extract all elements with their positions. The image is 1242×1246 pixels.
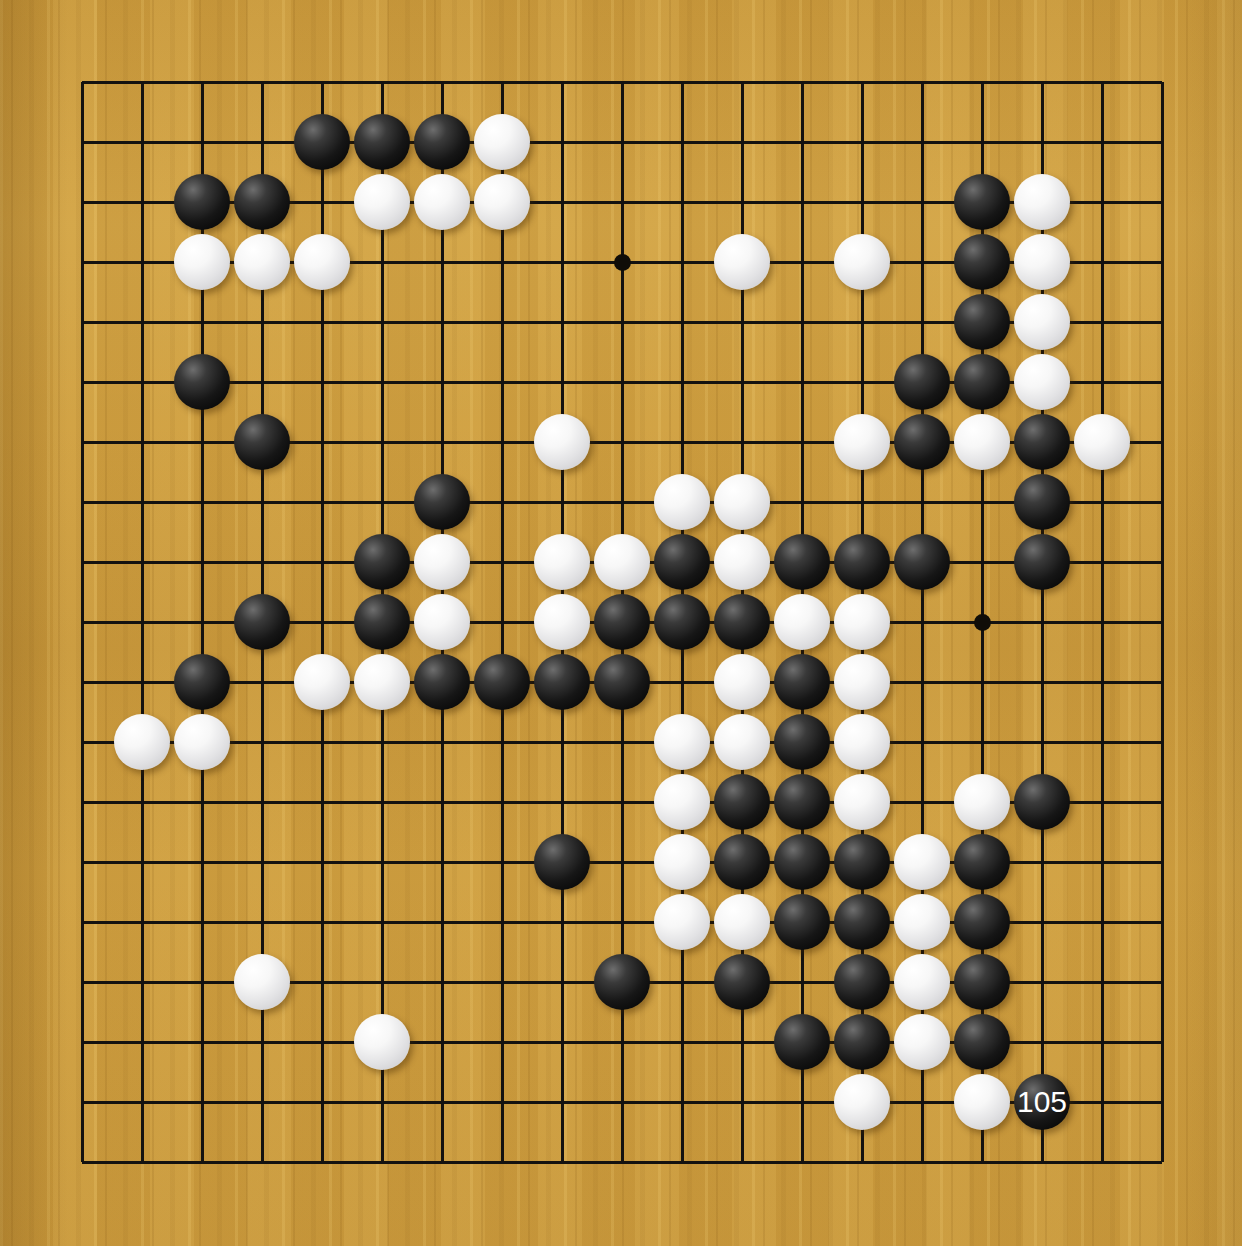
intersection[interactable] bbox=[472, 352, 532, 412]
intersection[interactable] bbox=[52, 472, 112, 532]
intersection[interactable] bbox=[952, 712, 1012, 772]
intersection[interactable] bbox=[292, 892, 352, 952]
intersection[interactable] bbox=[52, 292, 112, 352]
intersection[interactable] bbox=[1132, 232, 1192, 292]
intersection[interactable] bbox=[952, 292, 1012, 352]
intersection[interactable] bbox=[772, 292, 832, 352]
intersection[interactable] bbox=[592, 592, 652, 652]
intersection[interactable] bbox=[112, 952, 172, 1012]
intersection[interactable] bbox=[292, 1012, 352, 1072]
intersection[interactable] bbox=[232, 52, 292, 112]
intersection[interactable] bbox=[832, 412, 892, 472]
intersection[interactable] bbox=[412, 1132, 472, 1192]
intersection[interactable] bbox=[532, 52, 592, 112]
intersection[interactable] bbox=[172, 112, 232, 172]
intersection[interactable] bbox=[592, 952, 652, 1012]
intersection[interactable] bbox=[952, 532, 1012, 592]
intersection[interactable] bbox=[472, 1072, 532, 1132]
intersection[interactable] bbox=[1132, 772, 1192, 832]
intersection[interactable] bbox=[112, 1072, 172, 1132]
intersection[interactable] bbox=[1132, 412, 1192, 472]
intersection[interactable] bbox=[652, 472, 712, 532]
intersection[interactable] bbox=[832, 892, 892, 952]
intersection[interactable] bbox=[892, 712, 952, 772]
intersection[interactable] bbox=[1072, 712, 1132, 772]
intersection[interactable] bbox=[892, 1072, 952, 1132]
intersection[interactable] bbox=[352, 832, 412, 892]
intersection[interactable] bbox=[652, 832, 712, 892]
intersection[interactable] bbox=[472, 952, 532, 1012]
intersection[interactable] bbox=[892, 592, 952, 652]
intersection[interactable] bbox=[832, 112, 892, 172]
intersection[interactable] bbox=[532, 1132, 592, 1192]
intersection[interactable] bbox=[232, 172, 292, 232]
intersection[interactable] bbox=[832, 1012, 892, 1072]
intersection[interactable] bbox=[352, 172, 412, 232]
intersection[interactable] bbox=[1012, 472, 1072, 532]
intersection[interactable] bbox=[772, 1132, 832, 1192]
intersection[interactable] bbox=[832, 292, 892, 352]
intersection[interactable] bbox=[892, 1012, 952, 1072]
intersection[interactable] bbox=[532, 232, 592, 292]
intersection[interactable] bbox=[232, 592, 292, 652]
intersection[interactable] bbox=[652, 412, 712, 472]
intersection[interactable] bbox=[832, 232, 892, 292]
intersection[interactable] bbox=[1012, 292, 1072, 352]
intersection[interactable] bbox=[472, 412, 532, 472]
intersection[interactable] bbox=[172, 52, 232, 112]
intersection[interactable] bbox=[412, 292, 472, 352]
intersection[interactable] bbox=[892, 112, 952, 172]
intersection[interactable] bbox=[652, 172, 712, 232]
intersection[interactable] bbox=[52, 772, 112, 832]
intersection[interactable] bbox=[1012, 1012, 1072, 1072]
intersection[interactable] bbox=[172, 232, 232, 292]
intersection[interactable] bbox=[772, 112, 832, 172]
intersection[interactable] bbox=[292, 112, 352, 172]
intersection[interactable] bbox=[232, 1012, 292, 1072]
intersection[interactable] bbox=[172, 1072, 232, 1132]
intersection[interactable] bbox=[172, 892, 232, 952]
intersection[interactable] bbox=[412, 352, 472, 412]
intersection[interactable] bbox=[232, 772, 292, 832]
intersection[interactable] bbox=[232, 832, 292, 892]
intersection[interactable] bbox=[172, 1012, 232, 1072]
intersection[interactable] bbox=[1012, 532, 1072, 592]
intersection[interactable] bbox=[352, 952, 412, 1012]
intersection[interactable] bbox=[772, 1072, 832, 1132]
intersection[interactable] bbox=[352, 472, 412, 532]
intersection[interactable] bbox=[352, 532, 412, 592]
intersection[interactable] bbox=[292, 952, 352, 1012]
intersection[interactable] bbox=[112, 1012, 172, 1072]
intersection[interactable] bbox=[1072, 472, 1132, 532]
intersection[interactable] bbox=[832, 172, 892, 232]
intersection[interactable] bbox=[652, 292, 712, 352]
intersection[interactable] bbox=[232, 1072, 292, 1132]
intersection[interactable] bbox=[592, 1012, 652, 1072]
intersection[interactable] bbox=[952, 1132, 1012, 1192]
intersection[interactable] bbox=[592, 532, 652, 592]
intersection[interactable] bbox=[112, 52, 172, 112]
intersection[interactable] bbox=[1132, 652, 1192, 712]
intersection[interactable] bbox=[532, 592, 592, 652]
intersection[interactable] bbox=[592, 1072, 652, 1132]
intersection[interactable] bbox=[532, 712, 592, 772]
intersection[interactable] bbox=[712, 652, 772, 712]
intersection[interactable] bbox=[712, 532, 772, 592]
intersection[interactable] bbox=[352, 52, 412, 112]
intersection[interactable] bbox=[352, 112, 412, 172]
intersection[interactable] bbox=[292, 352, 352, 412]
intersection[interactable] bbox=[112, 592, 172, 652]
intersection[interactable] bbox=[52, 412, 112, 472]
intersection[interactable] bbox=[472, 652, 532, 712]
intersection[interactable] bbox=[292, 292, 352, 352]
intersection[interactable] bbox=[1072, 652, 1132, 712]
intersection[interactable] bbox=[832, 952, 892, 1012]
intersection[interactable] bbox=[232, 112, 292, 172]
intersection[interactable] bbox=[652, 592, 712, 652]
intersection[interactable] bbox=[472, 592, 532, 652]
intersection[interactable] bbox=[592, 172, 652, 232]
intersection[interactable] bbox=[892, 352, 952, 412]
intersection[interactable] bbox=[952, 412, 1012, 472]
intersection[interactable] bbox=[832, 472, 892, 532]
intersection[interactable] bbox=[172, 292, 232, 352]
intersection[interactable] bbox=[592, 832, 652, 892]
intersection[interactable] bbox=[52, 652, 112, 712]
intersection[interactable] bbox=[712, 1012, 772, 1072]
intersection[interactable] bbox=[1012, 172, 1072, 232]
intersection[interactable] bbox=[832, 532, 892, 592]
intersection[interactable] bbox=[412, 892, 472, 952]
intersection[interactable] bbox=[1012, 592, 1072, 652]
intersection[interactable] bbox=[712, 1072, 772, 1132]
intersection[interactable] bbox=[1132, 112, 1192, 172]
intersection[interactable] bbox=[292, 592, 352, 652]
intersection[interactable] bbox=[772, 892, 832, 952]
intersection[interactable] bbox=[832, 652, 892, 712]
intersection[interactable] bbox=[172, 952, 232, 1012]
intersection[interactable] bbox=[352, 592, 412, 652]
intersection[interactable] bbox=[532, 352, 592, 412]
intersection[interactable] bbox=[292, 232, 352, 292]
intersection[interactable] bbox=[712, 832, 772, 892]
intersection[interactable] bbox=[532, 172, 592, 232]
intersection[interactable] bbox=[592, 112, 652, 172]
intersection[interactable] bbox=[472, 712, 532, 772]
intersection[interactable] bbox=[412, 112, 472, 172]
intersection[interactable] bbox=[592, 1132, 652, 1192]
intersection[interactable] bbox=[1132, 592, 1192, 652]
intersection[interactable] bbox=[652, 652, 712, 712]
intersection[interactable] bbox=[412, 232, 472, 292]
intersection[interactable] bbox=[592, 892, 652, 952]
intersection[interactable] bbox=[952, 472, 1012, 532]
intersection[interactable] bbox=[112, 772, 172, 832]
intersection[interactable] bbox=[1132, 892, 1192, 952]
intersection[interactable] bbox=[232, 352, 292, 412]
intersection[interactable] bbox=[592, 292, 652, 352]
intersection[interactable] bbox=[472, 112, 532, 172]
intersection[interactable] bbox=[1012, 412, 1072, 472]
intersection[interactable] bbox=[172, 412, 232, 472]
intersection[interactable] bbox=[292, 1132, 352, 1192]
intersection[interactable] bbox=[472, 832, 532, 892]
intersection[interactable] bbox=[892, 232, 952, 292]
intersection[interactable] bbox=[652, 892, 712, 952]
intersection[interactable] bbox=[712, 352, 772, 412]
intersection[interactable] bbox=[892, 412, 952, 472]
intersection[interactable] bbox=[952, 52, 1012, 112]
intersection[interactable] bbox=[532, 892, 592, 952]
intersection[interactable] bbox=[1132, 532, 1192, 592]
intersection[interactable] bbox=[172, 352, 232, 412]
intersection[interactable] bbox=[352, 1012, 412, 1072]
intersection[interactable] bbox=[1012, 952, 1072, 1012]
intersection[interactable] bbox=[52, 52, 112, 112]
intersection[interactable] bbox=[172, 172, 232, 232]
intersection[interactable] bbox=[772, 472, 832, 532]
intersection[interactable] bbox=[352, 412, 412, 472]
intersection[interactable] bbox=[232, 712, 292, 772]
intersection[interactable] bbox=[1012, 1132, 1072, 1192]
intersection[interactable] bbox=[52, 1012, 112, 1072]
intersection[interactable] bbox=[352, 352, 412, 412]
intersection[interactable] bbox=[1072, 112, 1132, 172]
intersection[interactable] bbox=[232, 652, 292, 712]
intersection[interactable] bbox=[592, 412, 652, 472]
intersection[interactable] bbox=[772, 1012, 832, 1072]
intersection[interactable] bbox=[292, 52, 352, 112]
intersection[interactable] bbox=[352, 1072, 412, 1132]
intersection[interactable] bbox=[892, 952, 952, 1012]
intersection[interactable] bbox=[892, 892, 952, 952]
intersection[interactable] bbox=[652, 952, 712, 1012]
intersection[interactable] bbox=[112, 412, 172, 472]
intersection[interactable] bbox=[892, 1132, 952, 1192]
intersection[interactable] bbox=[1132, 952, 1192, 1012]
intersection[interactable] bbox=[772, 232, 832, 292]
intersection[interactable] bbox=[772, 592, 832, 652]
intersection[interactable] bbox=[712, 712, 772, 772]
intersection[interactable] bbox=[592, 352, 652, 412]
intersection[interactable] bbox=[952, 952, 1012, 1012]
intersection[interactable] bbox=[52, 712, 112, 772]
intersection[interactable] bbox=[712, 232, 772, 292]
intersection[interactable] bbox=[412, 172, 472, 232]
intersection[interactable] bbox=[952, 172, 1012, 232]
intersection[interactable] bbox=[52, 832, 112, 892]
intersection[interactable] bbox=[832, 1132, 892, 1192]
intersection[interactable] bbox=[1072, 532, 1132, 592]
intersection[interactable] bbox=[172, 712, 232, 772]
intersection[interactable] bbox=[112, 352, 172, 412]
intersection[interactable] bbox=[172, 592, 232, 652]
intersection[interactable] bbox=[232, 892, 292, 952]
intersection[interactable] bbox=[112, 172, 172, 232]
intersection[interactable] bbox=[52, 172, 112, 232]
intersection[interactable] bbox=[412, 952, 472, 1012]
intersection[interactable] bbox=[52, 952, 112, 1012]
intersection[interactable] bbox=[172, 832, 232, 892]
intersection[interactable] bbox=[292, 652, 352, 712]
intersection[interactable] bbox=[412, 592, 472, 652]
intersection[interactable] bbox=[832, 772, 892, 832]
intersection[interactable] bbox=[712, 52, 772, 112]
intersection[interactable] bbox=[292, 172, 352, 232]
intersection[interactable] bbox=[772, 352, 832, 412]
intersection[interactable] bbox=[1072, 952, 1132, 1012]
intersection[interactable] bbox=[532, 412, 592, 472]
intersection[interactable] bbox=[112, 712, 172, 772]
intersection[interactable] bbox=[1012, 772, 1072, 832]
intersection[interactable] bbox=[472, 292, 532, 352]
intersection[interactable] bbox=[352, 712, 412, 772]
intersection[interactable] bbox=[412, 1012, 472, 1072]
intersection[interactable] bbox=[952, 592, 1012, 652]
intersection[interactable] bbox=[592, 232, 652, 292]
intersection[interactable] bbox=[292, 712, 352, 772]
intersection[interactable] bbox=[232, 232, 292, 292]
intersection[interactable] bbox=[652, 772, 712, 832]
intersection[interactable] bbox=[832, 1072, 892, 1132]
intersection[interactable] bbox=[1072, 292, 1132, 352]
intersection[interactable] bbox=[472, 472, 532, 532]
intersection[interactable] bbox=[52, 1132, 112, 1192]
intersection[interactable] bbox=[412, 1072, 472, 1132]
intersection[interactable] bbox=[712, 952, 772, 1012]
intersection[interactable] bbox=[532, 1072, 592, 1132]
intersection[interactable] bbox=[1132, 292, 1192, 352]
intersection[interactable] bbox=[232, 952, 292, 1012]
intersection[interactable] bbox=[1072, 892, 1132, 952]
intersection[interactable] bbox=[712, 412, 772, 472]
intersection[interactable] bbox=[52, 892, 112, 952]
intersection[interactable] bbox=[712, 592, 772, 652]
intersection[interactable] bbox=[652, 1012, 712, 1072]
intersection[interactable] bbox=[412, 412, 472, 472]
intersection[interactable] bbox=[52, 532, 112, 592]
intersection[interactable] bbox=[1072, 232, 1132, 292]
intersection[interactable] bbox=[1072, 52, 1132, 112]
intersection[interactable] bbox=[412, 832, 472, 892]
intersection[interactable] bbox=[772, 172, 832, 232]
intersection[interactable] bbox=[412, 52, 472, 112]
intersection[interactable] bbox=[472, 772, 532, 832]
intersection[interactable] bbox=[772, 772, 832, 832]
intersection[interactable] bbox=[112, 1132, 172, 1192]
intersection[interactable] bbox=[652, 232, 712, 292]
intersection[interactable] bbox=[532, 472, 592, 532]
intersection[interactable] bbox=[532, 112, 592, 172]
intersection[interactable] bbox=[232, 1132, 292, 1192]
intersection[interactable] bbox=[112, 472, 172, 532]
intersection[interactable] bbox=[892, 472, 952, 532]
intersection[interactable] bbox=[352, 772, 412, 832]
intersection[interactable] bbox=[472, 232, 532, 292]
intersection[interactable] bbox=[532, 1012, 592, 1072]
intersection[interactable] bbox=[772, 652, 832, 712]
intersection[interactable] bbox=[952, 1012, 1012, 1072]
intersection[interactable] bbox=[532, 652, 592, 712]
intersection[interactable] bbox=[772, 532, 832, 592]
intersection[interactable] bbox=[832, 352, 892, 412]
intersection[interactable] bbox=[892, 832, 952, 892]
intersection[interactable] bbox=[592, 52, 652, 112]
intersection[interactable] bbox=[952, 652, 1012, 712]
intersection[interactable] bbox=[112, 532, 172, 592]
intersection[interactable] bbox=[832, 832, 892, 892]
intersection[interactable] bbox=[412, 472, 472, 532]
intersection[interactable] bbox=[1072, 352, 1132, 412]
intersection[interactable] bbox=[652, 52, 712, 112]
intersection[interactable] bbox=[292, 412, 352, 472]
intersection[interactable] bbox=[1012, 652, 1072, 712]
intersection[interactable] bbox=[1072, 592, 1132, 652]
intersection[interactable] bbox=[1012, 232, 1072, 292]
intersection[interactable] bbox=[292, 532, 352, 592]
intersection[interactable] bbox=[52, 232, 112, 292]
intersection[interactable] bbox=[472, 1132, 532, 1192]
intersection[interactable] bbox=[232, 292, 292, 352]
intersection[interactable] bbox=[52, 352, 112, 412]
intersection[interactable] bbox=[1072, 1012, 1132, 1072]
intersection[interactable] bbox=[832, 712, 892, 772]
intersection[interactable] bbox=[112, 892, 172, 952]
intersection[interactable] bbox=[472, 1012, 532, 1072]
intersection[interactable] bbox=[532, 952, 592, 1012]
intersection[interactable] bbox=[1072, 1132, 1132, 1192]
intersection[interactable] bbox=[112, 112, 172, 172]
intersection[interactable] bbox=[892, 532, 952, 592]
intersection[interactable] bbox=[112, 832, 172, 892]
intersection[interactable] bbox=[352, 652, 412, 712]
intersection[interactable] bbox=[52, 112, 112, 172]
intersection[interactable] bbox=[712, 112, 772, 172]
intersection[interactable] bbox=[52, 592, 112, 652]
intersection[interactable] bbox=[712, 292, 772, 352]
intersection[interactable] bbox=[532, 292, 592, 352]
intersection[interactable] bbox=[532, 832, 592, 892]
intersection[interactable] bbox=[412, 652, 472, 712]
intersection[interactable] bbox=[1072, 832, 1132, 892]
intersection[interactable] bbox=[712, 472, 772, 532]
intersection[interactable] bbox=[592, 652, 652, 712]
intersection[interactable] bbox=[712, 772, 772, 832]
intersection[interactable] bbox=[532, 772, 592, 832]
intersection[interactable] bbox=[652, 712, 712, 772]
intersection[interactable] bbox=[1132, 352, 1192, 412]
intersection[interactable] bbox=[712, 1132, 772, 1192]
intersection[interactable] bbox=[772, 412, 832, 472]
intersection[interactable] bbox=[172, 532, 232, 592]
intersection[interactable] bbox=[352, 1132, 412, 1192]
intersection[interactable] bbox=[952, 772, 1012, 832]
intersection[interactable]: 105 bbox=[1012, 1072, 1072, 1132]
intersection[interactable] bbox=[172, 772, 232, 832]
intersection[interactable] bbox=[952, 352, 1012, 412]
intersection[interactable] bbox=[472, 532, 532, 592]
intersection[interactable] bbox=[1012, 52, 1072, 112]
intersection[interactable] bbox=[172, 1132, 232, 1192]
intersection[interactable] bbox=[412, 712, 472, 772]
intersection[interactable] bbox=[592, 712, 652, 772]
intersection[interactable] bbox=[472, 52, 532, 112]
intersection[interactable] bbox=[712, 892, 772, 952]
intersection[interactable] bbox=[292, 472, 352, 532]
